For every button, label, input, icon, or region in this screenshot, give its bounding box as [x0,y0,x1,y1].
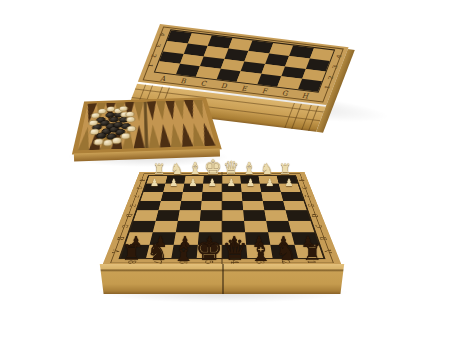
backgammon-point [156,101,168,120]
file-letter-label: C [112,223,137,229]
chess-square [242,201,264,211]
chess-board-front-face [96,264,348,294]
box-letter-label: H [293,90,317,103]
chess-square [161,192,183,201]
chess-square [184,176,204,184]
chess-square [200,210,222,220]
chess-square [158,201,181,211]
file-letter-label: E [300,203,323,208]
file-letter-label: C [306,223,331,229]
chess-square [222,210,244,220]
chess-square [260,184,281,192]
chess-square [222,221,245,232]
chess-square [181,192,202,201]
light-checker [127,126,137,133]
chess-square [264,210,288,220]
product-photo-stage: 4321 4321 ABCDEFGH HGFEDCBA HGFEDCBA 876… [0,0,450,338]
chess-square [174,232,199,244]
file-letter-label: F [297,194,319,199]
chess-square [198,232,222,244]
chess-square [261,192,283,201]
chess-square [258,176,278,184]
chess-square [176,221,200,232]
chess-square [266,221,291,232]
light-checker [126,117,136,123]
backgammon-point [193,100,208,119]
file-letter-label: G [129,185,150,190]
file-letter-label: A [102,247,130,255]
file-letter-label: B [310,235,336,242]
file-letter-label: D [303,213,327,219]
chess-square [163,184,184,192]
chess-square [156,210,180,220]
file-letter-label: E [121,203,144,208]
chess-square [222,201,243,211]
chess-square [243,210,266,220]
file-letter-label: D [117,213,141,219]
chess-square [268,232,294,244]
chess-square [180,201,202,211]
open-chess-board: HGFEDCBA HGFEDCBA 87654321 ♜♞♝♚♛♝♞♜♟♟♟♟♟… [92,140,352,294]
file-letter-label: A [314,247,342,255]
chess-square [150,232,176,244]
chess-square [244,221,268,232]
chess-square [222,232,246,244]
chess-square [241,184,261,192]
chess-square [222,184,242,192]
file-letter-label: B [107,235,133,242]
chess-square [263,201,286,211]
chess-square [199,221,222,232]
chess-square [165,176,185,184]
chess-square [202,184,222,192]
front-face-hinge-seam [222,264,224,294]
chess-square [222,192,242,201]
backgammon-point [147,101,158,121]
chess-square [183,184,203,192]
chess-square [242,192,263,201]
board-fold-seam [221,172,223,266]
chess-square [245,232,270,244]
chess-square [201,201,222,211]
chess-square [222,176,241,184]
chess-square [178,210,201,220]
chess-square [240,176,260,184]
file-letter-label: H [291,178,311,182]
chess-square [203,176,222,184]
file-letter-label: G [294,185,315,190]
file-letter-label: F [125,194,147,199]
file-letter-label: H [132,178,152,182]
chess-square [153,221,178,232]
chess-board-surface: HGFEDCBA HGFEDCBA 87654321 [102,172,342,266]
chess-square [202,192,222,201]
